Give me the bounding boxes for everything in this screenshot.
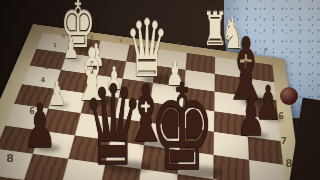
black-king-d8: ♚ bbox=[149, 69, 215, 180]
rank-label-left-2: 2 bbox=[49, 52, 53, 58]
black-pawn-h7: ♟ bbox=[23, 95, 57, 156]
rank-label-right-7: 7 bbox=[281, 137, 287, 146]
file-label-far-f: f bbox=[120, 36, 122, 42]
rank-label-right-8: 8 bbox=[286, 159, 293, 169]
captured-piece-knob bbox=[280, 87, 298, 105]
file-label-far-d: d bbox=[177, 40, 181, 46]
black-queen-f8: ♛ bbox=[82, 70, 144, 180]
rank-label-left-3: 3 bbox=[45, 64, 49, 70]
chess-board-photo: 12345678678hgfedcba ♜♚♞♟♟♛♟♟♝♝♟♟♟♝♟♛♚ bbox=[0, 0, 320, 180]
rank-label-left-4: 4 bbox=[41, 77, 46, 84]
rank-label-left-1: 1 bbox=[53, 43, 56, 48]
black-pawn-b7: ♟ bbox=[236, 90, 265, 143]
rank-label-left-8: 8 bbox=[6, 153, 14, 164]
